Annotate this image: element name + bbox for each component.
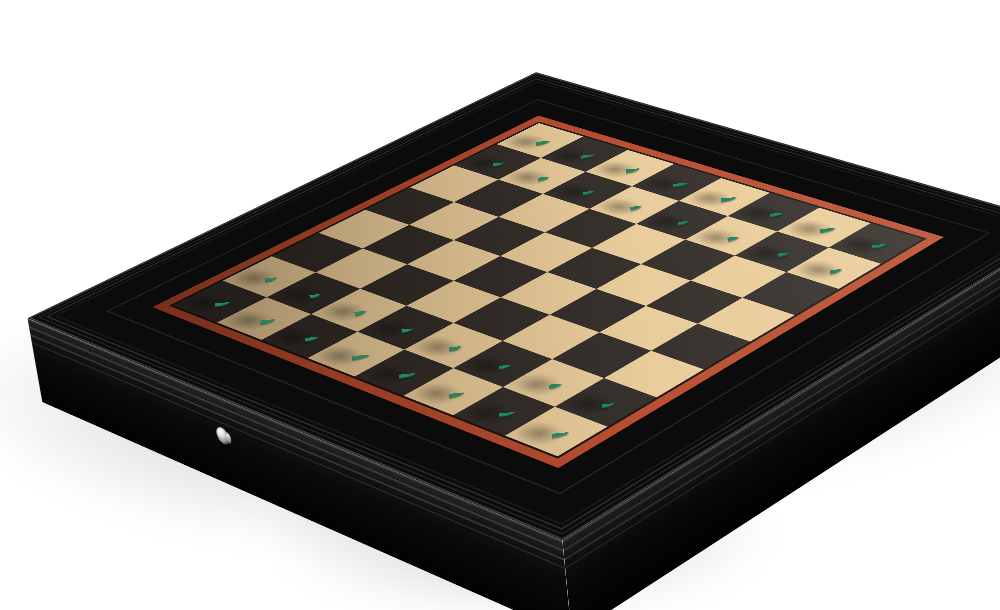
square-a4[interactable]: [697, 297, 795, 341]
product-photo-scene: ♜♞♝♚♛♝♞♜♟♟♟♟♟♟♟♟♟♟♟♟♟♟♟♟♜♞♝♚♛♝♞♜: [0, 0, 1000, 610]
square-b4[interactable]: [646, 280, 742, 323]
square-a5[interactable]: [651, 324, 750, 370]
drawer-knob[interactable]: [215, 425, 230, 447]
camera-tilt-wrapper: ♜♞♝♚♛♝♞♜♟♟♟♟♟♟♟♟♟♟♟♟♟♟♟♟♜♞♝♚♛♝♞♜: [0, 0, 1000, 610]
chess-case: ♜♞♝♚♛♝♞♜♟♟♟♟♟♟♟♟♟♟♟♟♟♟♟♟♜♞♝♚♛♝♞♜: [27, 72, 1000, 540]
